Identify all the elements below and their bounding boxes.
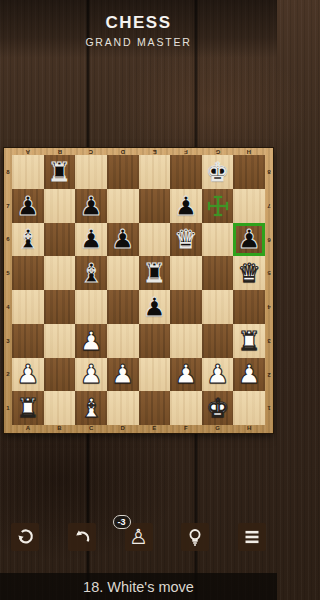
square-e1[interactable] (139, 391, 171, 425)
piece-black-pawn: ♟ (111, 226, 134, 252)
square-a1[interactable]: ♜ (12, 391, 44, 425)
rank-label-8: 8 (265, 155, 273, 189)
file-label-c: C (75, 148, 107, 155)
square-e7[interactable] (139, 189, 171, 223)
rank-label-5: 5 (265, 256, 273, 290)
rank-label-1: 1 (265, 391, 273, 425)
file-label-g: G (202, 425, 234, 433)
square-h6[interactable]: ♟ (233, 223, 265, 257)
file-label-d: D (107, 425, 139, 433)
square-b1[interactable] (44, 391, 76, 425)
piece-white-pawn: ♟ (79, 361, 102, 387)
square-g8[interactable]: ♚ (202, 155, 234, 189)
piece-white-pawn: ♟ (206, 361, 229, 387)
square-b6[interactable] (44, 223, 76, 257)
piece-black-pawn: ♟ (79, 193, 102, 219)
material-badge: -3 (113, 515, 131, 529)
rank-label-5: 5 (4, 256, 12, 290)
square-f4[interactable] (170, 290, 202, 324)
file-label-d: D (107, 148, 139, 155)
square-a2[interactable]: ♟ (12, 358, 44, 392)
file-label-h: H (233, 148, 265, 155)
toolbar: -3 ♙ (0, 523, 277, 551)
square-h4[interactable] (233, 290, 265, 324)
square-g2[interactable]: ♟ (202, 358, 234, 392)
piece-white-pawn: ♟ (16, 361, 39, 387)
square-h7[interactable] (233, 189, 265, 223)
rank-label-2: 2 (4, 358, 12, 392)
pawn-icon: ♙ (129, 527, 148, 548)
square-f1[interactable] (170, 391, 202, 425)
file-label-e: E (139, 148, 171, 155)
chess-board: ABCDEFGH ABCDEFGH 87654321 87654321 ♜♚♟♟… (4, 148, 273, 433)
square-d5[interactable] (107, 256, 139, 290)
square-g3[interactable] (202, 324, 234, 358)
piece-black-bishop: ♝ (16, 226, 39, 252)
undo-icon (72, 527, 92, 547)
rank-label-3: 3 (265, 324, 273, 358)
square-d6[interactable]: ♟ (107, 223, 139, 257)
menu-button[interactable] (238, 523, 266, 551)
square-h3[interactable]: ♜ (233, 324, 265, 358)
square-g5[interactable] (202, 256, 234, 290)
rank-label-7: 7 (265, 189, 273, 223)
square-d2[interactable]: ♟ (107, 358, 139, 392)
file-label-h: H (233, 425, 265, 433)
square-e6[interactable] (139, 223, 171, 257)
rank-label-4: 4 (4, 290, 12, 324)
square-b7[interactable] (44, 189, 76, 223)
square-e4[interactable]: ♟ (139, 290, 171, 324)
hint-button[interactable] (181, 523, 209, 551)
file-label-f: F (170, 148, 202, 155)
rank-label-7: 7 (4, 189, 12, 223)
file-label-f: F (170, 425, 202, 433)
piece-black-pawn: ♟ (16, 193, 39, 219)
square-b5[interactable] (44, 256, 76, 290)
square-a7[interactable]: ♟ (12, 189, 44, 223)
app-subtitle: GRAND MASTER (0, 36, 277, 48)
square-e5[interactable]: ♜ (139, 256, 171, 290)
square-b4[interactable] (44, 290, 76, 324)
square-d8[interactable] (107, 155, 139, 189)
rank-label-8: 8 (4, 155, 12, 189)
square-d1[interactable] (107, 391, 139, 425)
square-a5[interactable] (12, 256, 44, 290)
file-labels-top: ABCDEFGH (12, 148, 265, 155)
square-e3[interactable] (139, 324, 171, 358)
square-b8[interactable]: ♜ (44, 155, 76, 189)
square-f3[interactable] (170, 324, 202, 358)
square-a6[interactable]: ♝ (12, 223, 44, 257)
piece-white-queen: ♛ (238, 260, 261, 286)
piece-black-pawn: ♟ (174, 193, 197, 219)
piece-black-pawn: ♟ (238, 226, 261, 252)
rank-label-4: 4 (265, 290, 273, 324)
piece-black-pawn: ♟ (143, 294, 166, 320)
hint-cross-icon (206, 194, 230, 218)
square-g1[interactable]: ♚ (202, 391, 234, 425)
file-label-c: C (75, 425, 107, 433)
undo-button[interactable] (68, 523, 96, 551)
rank-label-1: 1 (4, 391, 12, 425)
rank-label-6: 6 (265, 223, 273, 257)
square-c2[interactable]: ♟ (75, 358, 107, 392)
square-g6[interactable] (202, 223, 234, 257)
rank-label-3: 3 (4, 324, 12, 358)
square-a8[interactable] (12, 155, 44, 189)
file-label-e: E (139, 425, 171, 433)
piece-white-bishop: ♝ (79, 395, 102, 421)
rank-label-6: 6 (4, 223, 12, 257)
square-c3[interactable]: ♟ (75, 324, 107, 358)
square-f2[interactable]: ♟ (170, 358, 202, 392)
square-c4[interactable] (75, 290, 107, 324)
square-g7[interactable] (202, 189, 234, 223)
square-e8[interactable] (139, 155, 171, 189)
rank-labels-left: 87654321 (4, 155, 12, 425)
piece-black-rook: ♜ (143, 260, 166, 286)
square-c7[interactable]: ♟ (75, 189, 107, 223)
square-d7[interactable] (107, 189, 139, 223)
square-f7[interactable]: ♟ (170, 189, 202, 223)
menu-icon (242, 527, 262, 547)
square-e2[interactable] (139, 358, 171, 392)
piece-black-bishop: ♝ (79, 260, 102, 286)
piece-white-pawn: ♟ (174, 361, 197, 387)
piece-black-queen: ♛ (174, 226, 197, 252)
square-c1[interactable]: ♝ (75, 391, 107, 425)
piece-black-king: ♚ (206, 159, 229, 185)
piece-white-rook: ♜ (16, 395, 39, 421)
file-label-a: A (12, 425, 44, 433)
file-label-b: B (44, 425, 76, 433)
square-c6[interactable]: ♟ (75, 223, 107, 257)
square-a4[interactable] (12, 290, 44, 324)
app-title: CHESS (0, 13, 277, 33)
square-h8[interactable] (233, 155, 265, 189)
rank-label-2: 2 (265, 358, 273, 392)
square-f5[interactable] (170, 256, 202, 290)
square-h1[interactable] (233, 391, 265, 425)
square-f6[interactable]: ♛ (170, 223, 202, 257)
rotate-icon (15, 527, 35, 547)
board-squares: ♜♚♟♟♟ ♝♟♟♛♟♝♜♛♟♟♜♟♟♟♟♟♟♜♝♚ (12, 155, 265, 425)
file-labels-bottom: ABCDEFGH (12, 425, 265, 433)
square-d3[interactable] (107, 324, 139, 358)
status-bar: 18. White's move (0, 573, 277, 600)
app-header: CHESS GRAND MASTER (0, 0, 277, 58)
square-h5[interactable]: ♛ (233, 256, 265, 290)
square-d4[interactable] (107, 290, 139, 324)
square-f8[interactable] (170, 155, 202, 189)
restart-button[interactable] (11, 523, 39, 551)
square-c8[interactable] (75, 155, 107, 189)
square-b2[interactable] (44, 358, 76, 392)
status-text: 18. White's move (83, 579, 194, 595)
piece-black-pawn: ♟ (79, 226, 102, 252)
piece-white-king: ♚ (206, 395, 229, 421)
square-h2[interactable]: ♟ (233, 358, 265, 392)
square-g4[interactable] (202, 290, 234, 324)
file-label-b: B (44, 148, 76, 155)
file-label-g: G (202, 148, 234, 155)
file-label-a: A (12, 148, 44, 155)
square-a3[interactable] (12, 324, 44, 358)
piece-white-pawn: ♟ (111, 361, 134, 387)
square-b3[interactable] (44, 324, 76, 358)
piece-white-pawn: ♟ (79, 328, 102, 354)
material-button[interactable]: -3 ♙ (125, 523, 153, 551)
square-c5[interactable]: ♝ (75, 256, 107, 290)
lightbulb-icon (185, 527, 205, 547)
piece-white-rook: ♜ (238, 328, 261, 354)
rank-labels-right: 87654321 (265, 155, 273, 425)
piece-white-pawn: ♟ (238, 361, 261, 387)
piece-black-rook: ♜ (48, 159, 71, 185)
